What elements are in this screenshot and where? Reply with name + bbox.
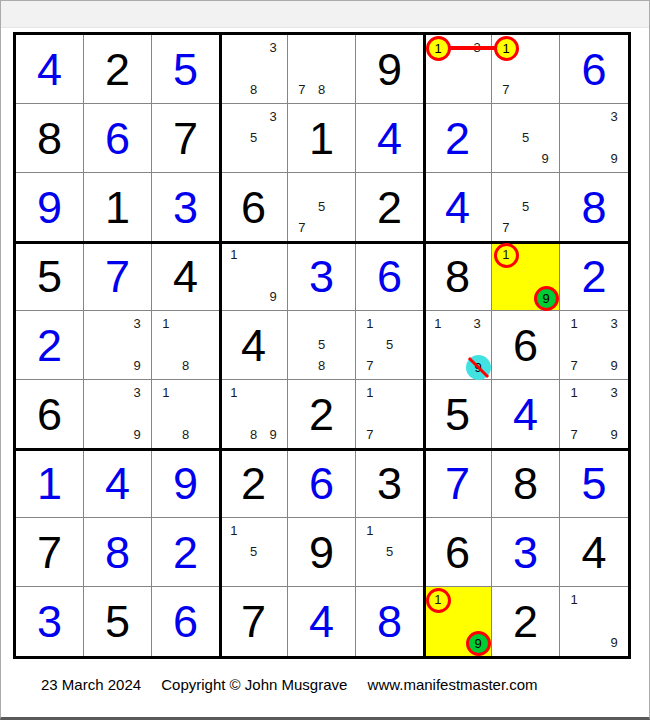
pencil-marks: 1379 — [564, 313, 624, 376]
pencil-marks: 38 — [224, 37, 283, 100]
cell-value: 4 — [220, 311, 287, 379]
pencil-marks: 157 — [360, 313, 419, 376]
sudoku-cell-r6c9[interactable]: 1379 — [560, 380, 628, 449]
cell-value: 5 — [84, 587, 151, 656]
candidate-5: 5 — [250, 545, 257, 558]
cell-value: 4 — [424, 173, 491, 241]
candidate-3: 3 — [270, 41, 277, 54]
sudoku-cell-r4c9[interactable]: 2 — [560, 242, 628, 311]
cell-value: 4 — [492, 380, 559, 448]
candidate-5: 5 — [250, 131, 257, 144]
sudoku-cell-r3c5[interactable]: 57 — [288, 173, 356, 242]
window-top-strip — [1, 1, 649, 28]
footer-copyright: Copyright © John Musgrave — [161, 676, 347, 693]
cell-value: 1 — [288, 104, 355, 172]
cell-value: 8 — [84, 518, 151, 586]
sudoku-cell-r1c8[interactable]: 171 — [492, 35, 560, 104]
cell-value: 6 — [492, 311, 559, 379]
sudoku-cell-r2c7[interactable]: 2 — [424, 104, 492, 173]
box-border-line — [423, 35, 426, 656]
sudoku-cell-r2c5[interactable]: 1 — [288, 104, 356, 173]
sudoku-cell-r7c1[interactable]: 1 — [16, 449, 84, 518]
sudoku-cell-r5c3[interactable]: 18 — [152, 311, 220, 380]
sudoku-cell-r7c4[interactable]: 2 — [220, 449, 288, 518]
cell-value: 4 — [84, 449, 151, 517]
candidate-9: 9 — [610, 359, 617, 372]
sudoku-cell-r4c1[interactable]: 5 — [16, 242, 84, 311]
candidate-7: 7 — [298, 221, 305, 234]
sudoku-cell-r3c6[interactable]: 2 — [356, 173, 424, 242]
candidate-5: 5 — [318, 338, 325, 351]
red-circle-annotation — [494, 243, 519, 268]
sudoku-cell-r1c1[interactable]: 4 — [16, 35, 84, 104]
cell-value: 8 — [560, 173, 628, 241]
cell-value: 7 — [16, 518, 83, 586]
sudoku-cell-r9c2[interactable]: 5 — [84, 587, 152, 656]
green-circle-annotation: 9 — [534, 286, 559, 311]
pencil-marks: 15 — [224, 520, 283, 583]
sudoku-cell-r5c2[interactable]: 39 — [84, 311, 152, 380]
sudoku-cell-r5c4[interactable]: 4 — [220, 311, 288, 380]
sudoku-cell-r7c3[interactable]: 9 — [152, 449, 220, 518]
pencil-marks: 59 — [496, 106, 555, 169]
cell-value: 1 — [16, 449, 83, 517]
cell-value: 6 — [424, 518, 491, 586]
candidate-8: 8 — [318, 83, 325, 96]
cell-value: 8 — [16, 104, 83, 172]
candidate-1: 1 — [570, 317, 577, 330]
sudoku-cell-r7c5[interactable]: 6 — [288, 449, 356, 518]
sudoku-cell-r2c2[interactable]: 6 — [84, 104, 152, 173]
pencil-marks: 17 — [360, 382, 419, 445]
cell-value: 9 — [152, 449, 219, 517]
sudoku-cell-r6c2[interactable]: 39 — [84, 380, 152, 449]
eliminated-candidate-circle: 9 — [466, 355, 491, 380]
cell-value: 3 — [16, 587, 83, 656]
candidate-8: 8 — [182, 359, 189, 372]
sudoku-cell-r9c1[interactable]: 3 — [16, 587, 84, 656]
cell-value: 2 — [84, 35, 151, 103]
cell-value: 6 — [356, 242, 423, 310]
candidate-7: 7 — [570, 428, 577, 441]
candidate-1: 1 — [570, 593, 577, 606]
sudoku-cell-r8c6[interactable]: 15 — [356, 518, 424, 587]
candidate-7: 7 — [502, 83, 509, 96]
cell-value: 6 — [220, 173, 287, 241]
candidate-1: 1 — [230, 386, 237, 399]
pencil-marks: 18 — [156, 313, 215, 376]
strong-link-node-circle: 1 — [494, 36, 519, 61]
pencil-marks: 19 — [564, 589, 624, 653]
candidate-9: 9 — [134, 359, 141, 372]
sudoku-cell-r8c8[interactable]: 3 — [492, 518, 560, 587]
sudoku-cell-r5c6[interactable]: 157 — [356, 311, 424, 380]
candidate-1: 1 — [162, 317, 169, 330]
candidate-9: 9 — [270, 290, 277, 303]
cell-value: 6 — [560, 35, 628, 103]
cell-value: 2 — [492, 587, 559, 656]
candidate-3: 3 — [610, 386, 617, 399]
sudoku-cell-r6c8[interactable]: 4 — [492, 380, 560, 449]
pencil-marks: 78 — [292, 37, 351, 100]
candidate-8: 8 — [318, 359, 325, 372]
cell-value: 6 — [16, 380, 83, 448]
pencil-marks: 18 — [156, 382, 215, 445]
cell-value: 8 — [492, 449, 559, 517]
sudoku-cell-r4c3[interactable]: 4 — [152, 242, 220, 311]
pencil-marks: 39 — [88, 313, 147, 376]
sudoku-cell-r2c4[interactable]: 35 — [220, 104, 288, 173]
candidate-9: 9 — [610, 636, 617, 649]
candidate-3: 3 — [134, 386, 141, 399]
candidate-9: 9 — [610, 152, 617, 165]
cell-value: 5 — [560, 449, 628, 517]
pencil-marks: 19 — [224, 244, 283, 307]
candidate-3: 3 — [610, 110, 617, 123]
sudoku-cell-r3c8[interactable]: 57 — [492, 173, 560, 242]
sudoku-cell-r7c2[interactable]: 4 — [84, 449, 152, 518]
candidate-3: 3 — [474, 317, 481, 330]
sudoku-cell-r9c5[interactable]: 4 — [288, 587, 356, 656]
candidate-3: 3 — [610, 317, 617, 330]
cell-value: 3 — [288, 242, 355, 310]
sudoku-cell-r8c7[interactable]: 6 — [424, 518, 492, 587]
red-circle-annotation — [426, 588, 451, 613]
sudoku-cell-r2c6[interactable]: 4 — [356, 104, 424, 173]
candidate-5: 5 — [318, 200, 325, 213]
cell-value: 3 — [356, 449, 423, 517]
pencil-marks: 1379 — [564, 382, 624, 445]
sudoku-cell-r5c8[interactable]: 6 — [492, 311, 560, 380]
cell-value: 4 — [16, 35, 83, 103]
sudoku-cell-r5c9[interactable]: 1379 — [560, 311, 628, 380]
sudoku-cell-r9c7[interactable]: 199 — [424, 587, 492, 656]
sudoku-cell-r2c9[interactable]: 39 — [560, 104, 628, 173]
sudoku-cell-r8c2[interactable]: 8 — [84, 518, 152, 587]
candidate-1: 1 — [366, 386, 373, 399]
cell-value: 6 — [84, 104, 151, 172]
sudoku-cell-r7c6[interactable]: 3 — [356, 449, 424, 518]
sudoku-cell-r7c9[interactable]: 5 — [560, 449, 628, 518]
cell-value: 2 — [288, 380, 355, 448]
sudoku-cell-r6c1[interactable]: 6 — [16, 380, 84, 449]
candidate-8: 8 — [182, 428, 189, 441]
candidate-1: 1 — [230, 524, 237, 537]
candidate-5: 5 — [386, 338, 393, 351]
sudoku-cell-r8c9[interactable]: 4 — [560, 518, 628, 587]
cell-value: 9 — [356, 35, 423, 103]
sudoku-cell-r9c3[interactable]: 6 — [152, 587, 220, 656]
pencil-marks: 189 — [224, 382, 283, 445]
sudoku-cell-r5c7[interactable]: 1399 — [424, 311, 492, 380]
cell-value: 4 — [356, 104, 423, 172]
candidate-1: 1 — [434, 317, 441, 330]
sudoku-cell-r3c7[interactable]: 4 — [424, 173, 492, 242]
candidate-7: 7 — [570, 359, 577, 372]
pencil-marks: 15 — [360, 520, 419, 583]
sudoku-board: 4253878913117168673514259399136572457857… — [13, 32, 631, 659]
candidate-1: 1 — [570, 386, 577, 399]
sudoku-cell-r6c3[interactable]: 18 — [152, 380, 220, 449]
cell-value: 7 — [84, 242, 151, 310]
strong-link-node-circle: 1 — [426, 36, 451, 61]
box-border-line — [16, 448, 628, 451]
sudoku-cell-r4c8[interactable]: 199 — [492, 242, 560, 311]
box-border-line — [219, 35, 222, 656]
sudoku-cell-r4c2[interactable]: 7 — [84, 242, 152, 311]
footer-website: www.manifestmaster.com — [368, 676, 538, 693]
cell-value: 5 — [424, 380, 491, 448]
sudoku-cell-r6c6[interactable]: 17 — [356, 380, 424, 449]
box-border-line — [16, 241, 628, 244]
footer-date: 23 March 2024 — [41, 676, 141, 693]
sudoku-cell-r9c6[interactable]: 8 — [356, 587, 424, 656]
cell-value: 3 — [152, 173, 219, 241]
sudoku-cell-r8c3[interactable]: 2 — [152, 518, 220, 587]
sudoku-cell-r4c7[interactable]: 8 — [424, 242, 492, 311]
cell-value: 2 — [16, 311, 83, 379]
sudoku-cell-r9c9[interactable]: 19 — [560, 587, 628, 656]
cell-value: 3 — [492, 518, 559, 586]
sudoku-cell-r1c6[interactable]: 9 — [356, 35, 424, 104]
sudoku-cell-r8c1[interactable]: 7 — [16, 518, 84, 587]
cell-value: 7 — [152, 104, 219, 172]
sudoku-cell-r4c5[interactable]: 3 — [288, 242, 356, 311]
cell-value: 8 — [356, 587, 423, 656]
candidate-7: 7 — [366, 359, 373, 372]
candidate-1: 1 — [366, 524, 373, 537]
sudoku-cell-r1c9[interactable]: 6 — [560, 35, 628, 104]
sudoku-cell-r3c9[interactable]: 8 — [560, 173, 628, 242]
sudoku-cell-r5c1[interactable]: 2 — [16, 311, 84, 380]
pencil-marks: 39 — [564, 106, 624, 169]
cell-value: 9 — [16, 173, 83, 241]
cell-value: 6 — [288, 449, 355, 517]
sudoku-cell-r5c5[interactable]: 58 — [288, 311, 356, 380]
candidate-7: 7 — [502, 221, 509, 234]
candidate-5: 5 — [522, 200, 529, 213]
sudoku-cell-r3c2[interactable]: 1 — [84, 173, 152, 242]
candidate-9: 9 — [134, 428, 141, 441]
sudoku-cell-r7c8[interactable]: 8 — [492, 449, 560, 518]
cell-value: 8 — [424, 242, 491, 310]
cell-value: 7 — [220, 587, 287, 656]
sudoku-cell-r4c4[interactable]: 19 — [220, 242, 288, 311]
sudoku-cell-r2c1[interactable]: 8 — [16, 104, 84, 173]
candidate-3: 3 — [134, 317, 141, 330]
green-circle-annotation: 9 — [466, 631, 491, 656]
sudoku-cell-r2c3[interactable]: 7 — [152, 104, 220, 173]
sudoku-cell-r1c3[interactable]: 5 — [152, 35, 220, 104]
candidate-1: 1 — [162, 386, 169, 399]
cell-value: 4 — [152, 242, 219, 310]
candidate-5: 5 — [386, 545, 393, 558]
candidate-3: 3 — [270, 110, 277, 123]
sudoku-cell-r6c4[interactable]: 189 — [220, 380, 288, 449]
pencil-marks: 58 — [292, 313, 351, 376]
sudoku-cell-r1c2[interactable]: 2 — [84, 35, 152, 104]
sudoku-cell-r3c4[interactable]: 6 — [220, 173, 288, 242]
candidate-9: 9 — [610, 428, 617, 441]
candidate-9: 9 — [270, 428, 277, 441]
candidate-8: 8 — [250, 428, 257, 441]
cell-value: 6 — [152, 587, 219, 656]
pencil-marks: 39 — [88, 382, 147, 445]
cell-value: 9 — [288, 518, 355, 586]
cell-value: 2 — [152, 518, 219, 586]
cell-value: 2 — [424, 104, 491, 172]
sudoku-cell-r7c7[interactable]: 7 — [424, 449, 492, 518]
sudoku-cell-r8c4[interactable]: 15 — [220, 518, 288, 587]
candidate-7: 7 — [366, 428, 373, 441]
candidate-1: 1 — [366, 317, 373, 330]
cell-value: 5 — [16, 242, 83, 310]
cell-value: 1 — [84, 173, 151, 241]
sudoku-cell-r4c6[interactable]: 6 — [356, 242, 424, 311]
sudoku-cell-r6c7[interactable]: 5 — [424, 380, 492, 449]
cell-value: 5 — [152, 35, 219, 103]
candidate-8: 8 — [250, 83, 257, 96]
cell-value: 4 — [288, 587, 355, 656]
sudoku-cell-r9c4[interactable]: 7 — [220, 587, 288, 656]
sudoku-cell-r2c8[interactable]: 59 — [492, 104, 560, 173]
candidate-5: 5 — [522, 131, 529, 144]
cell-value: 2 — [356, 173, 423, 241]
pencil-marks: 35 — [224, 106, 283, 169]
footer: 23 March 2024 Copyright © John Musgrave … — [41, 676, 554, 693]
pencil-marks: 57 — [496, 175, 555, 238]
candidate-7: 7 — [298, 83, 305, 96]
candidate-9: 9 — [542, 152, 549, 165]
sudoku-cell-r1c4[interactable]: 38 — [220, 35, 288, 104]
sudoku-cell-r1c5[interactable]: 78 — [288, 35, 356, 104]
candidate-1: 1 — [230, 248, 237, 261]
cell-value: 2 — [560, 242, 628, 310]
pencil-marks: 57 — [292, 175, 351, 238]
sudoku-cell-r3c3[interactable]: 3 — [152, 173, 220, 242]
sudoku-cell-r6c5[interactable]: 2 — [288, 380, 356, 449]
sudoku-cell-r3c1[interactable]: 9 — [16, 173, 84, 242]
cell-value: 4 — [560, 518, 628, 586]
sudoku-cell-r8c5[interactable]: 9 — [288, 518, 356, 587]
cell-value: 2 — [220, 449, 287, 517]
sudoku-cell-r9c8[interactable]: 2 — [492, 587, 560, 656]
cell-value: 7 — [424, 449, 491, 517]
